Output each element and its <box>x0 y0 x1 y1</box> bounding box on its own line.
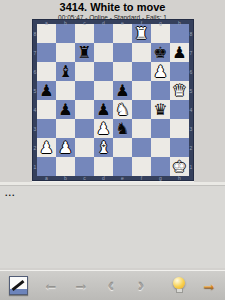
square-b2[interactable]: ♟ <box>56 138 75 157</box>
square-b8[interactable] <box>56 24 75 43</box>
square-b6[interactable]: ♝ <box>56 62 75 81</box>
square-c6[interactable] <box>75 62 94 81</box>
square-h6[interactable] <box>170 62 189 81</box>
piece-white-bishop: ♝ <box>94 138 113 157</box>
move-list-panel: ... <box>0 186 225 268</box>
puzzle-app-window: 3414. White to move 00:05:47 - Online - … <box>0 0 225 300</box>
square-g6[interactable]: ♟ <box>151 62 170 81</box>
chevron-left-icon: ‹ <box>108 275 114 295</box>
piece-black-queen: ♛ <box>151 100 170 119</box>
file-label-bottom: c <box>75 176 94 180</box>
square-f7[interactable] <box>132 43 151 62</box>
square-g2[interactable] <box>151 138 170 157</box>
next-puzzle-button[interactable]: → <box>197 273 221 297</box>
square-a1[interactable] <box>37 157 56 176</box>
lightbulb-icon <box>173 277 185 289</box>
piece-black-rook: ♜ <box>75 43 94 62</box>
back-arrow-icon: ← <box>43 275 59 295</box>
square-f5[interactable] <box>132 81 151 100</box>
square-f2[interactable] <box>132 138 151 157</box>
square-e3[interactable]: ♞ <box>113 119 132 138</box>
file-label-bottom: g <box>151 176 170 180</box>
square-e8[interactable] <box>113 24 132 43</box>
piece-black-pawn: ♟ <box>170 43 189 62</box>
square-c3[interactable] <box>75 119 94 138</box>
square-f4[interactable] <box>132 100 151 119</box>
square-h8[interactable] <box>170 24 189 43</box>
square-e2[interactable] <box>113 138 132 157</box>
rank-label-right: 4 <box>189 108 193 112</box>
square-g3[interactable] <box>151 119 170 138</box>
square-c7[interactable]: ♜ <box>75 43 94 62</box>
piece-white-rook: ♜ <box>132 24 151 43</box>
square-g1[interactable] <box>151 157 170 176</box>
rank-label-right: 3 <box>189 127 193 131</box>
forward-button[interactable]: → <box>69 273 93 297</box>
square-c5[interactable] <box>75 81 94 100</box>
square-c2[interactable] <box>75 138 94 157</box>
square-h7[interactable]: ♟ <box>170 43 189 62</box>
square-c8[interactable] <box>75 24 94 43</box>
rank-label-right: 5 <box>189 89 193 93</box>
back-button[interactable]: ← <box>39 273 63 297</box>
square-d8[interactable] <box>94 24 113 43</box>
square-d4[interactable]: ♟ <box>94 100 113 119</box>
chess-board: ♜♜♚♟♝♟♟♟♛♟♟♞♛♟♞♟♟♝♚ 88aa77bb66cc55dd44ee… <box>33 20 193 180</box>
pencil-page-icon <box>9 276 28 295</box>
orange-arrow-icon: → <box>201 275 217 295</box>
forward-arrow-icon: → <box>73 275 89 295</box>
file-label-bottom: f <box>132 176 151 180</box>
file-label-bottom: a <box>37 176 56 180</box>
square-a8[interactable] <box>37 24 56 43</box>
square-d6[interactable] <box>94 62 113 81</box>
square-b3[interactable] <box>56 119 75 138</box>
square-e7[interactable] <box>113 43 132 62</box>
square-c4[interactable] <box>75 100 94 119</box>
square-g5[interactable] <box>151 81 170 100</box>
square-b1[interactable] <box>56 157 75 176</box>
piece-white-pawn: ♟ <box>94 119 113 138</box>
piece-white-knight: ♞ <box>113 100 132 119</box>
move-list-placeholder: ... <box>5 188 16 198</box>
hint-button[interactable] <box>167 273 191 297</box>
piece-black-pawn: ♟ <box>56 100 75 119</box>
piece-black-pawn: ♟ <box>94 100 113 119</box>
piece-black-king: ♚ <box>151 43 170 62</box>
puzzle-title: 3414. White to move <box>0 1 225 13</box>
file-label-bottom: d <box>94 176 113 180</box>
rank-label-right: 7 <box>189 51 193 55</box>
square-b5[interactable] <box>56 81 75 100</box>
piece-black-knight: ♞ <box>113 119 132 138</box>
square-a5[interactable]: ♟ <box>37 81 56 100</box>
square-a7[interactable] <box>37 43 56 62</box>
square-e4[interactable]: ♞ <box>113 100 132 119</box>
square-a2[interactable]: ♟ <box>37 138 56 157</box>
square-d2[interactable]: ♝ <box>94 138 113 157</box>
square-c1[interactable] <box>75 157 94 176</box>
square-b7[interactable] <box>56 43 75 62</box>
square-g7[interactable]: ♚ <box>151 43 170 62</box>
square-d5[interactable] <box>94 81 113 100</box>
square-a3[interactable] <box>37 119 56 138</box>
rank-label-right: 8 <box>189 32 193 36</box>
square-g8[interactable] <box>151 24 170 43</box>
step-forward-button[interactable]: › <box>129 273 153 297</box>
piece-white-pawn: ♟ <box>37 138 56 157</box>
square-a4[interactable] <box>37 100 56 119</box>
piece-black-pawn: ♟ <box>37 81 56 100</box>
piece-white-pawn: ♟ <box>56 138 75 157</box>
board-grid: ♜♜♚♟♝♟♟♟♛♟♟♞♛♟♞♟♟♝♚ <box>37 24 189 176</box>
file-label-bottom: b <box>56 176 75 180</box>
piece-white-pawn: ♟ <box>151 62 170 81</box>
piece-white-queen: ♛ <box>170 81 189 100</box>
square-a6[interactable] <box>37 62 56 81</box>
square-e6[interactable] <box>113 62 132 81</box>
piece-white-king: ♚ <box>170 157 189 176</box>
square-e1[interactable] <box>113 157 132 176</box>
square-h3[interactable] <box>170 119 189 138</box>
piece-black-bishop: ♝ <box>56 62 75 81</box>
file-label-bottom: e <box>113 176 132 180</box>
rank-label-right: 1 <box>189 165 193 169</box>
board-editor-button[interactable] <box>6 273 30 297</box>
step-back-button[interactable]: ‹ <box>99 273 123 297</box>
square-f8[interactable]: ♜ <box>132 24 151 43</box>
rank-label-right: 6 <box>189 70 193 74</box>
chevron-right-icon: › <box>138 275 144 295</box>
square-f3[interactable] <box>132 119 151 138</box>
file-label-bottom: h <box>170 176 189 180</box>
square-f6[interactable] <box>132 62 151 81</box>
piece-black-pawn: ♟ <box>113 81 132 100</box>
square-d1[interactable] <box>94 157 113 176</box>
square-h5[interactable]: ♛ <box>170 81 189 100</box>
square-g4[interactable]: ♛ <box>151 100 170 119</box>
square-b4[interactable]: ♟ <box>56 100 75 119</box>
square-d3[interactable]: ♟ <box>94 119 113 138</box>
square-h4[interactable] <box>170 100 189 119</box>
rank-label-right: 2 <box>189 146 193 150</box>
square-e5[interactable]: ♟ <box>113 81 132 100</box>
square-h2[interactable] <box>170 138 189 157</box>
square-h1[interactable]: ♚ <box>170 157 189 176</box>
bottom-toolbar: ← → ‹ › → <box>0 270 225 300</box>
square-d7[interactable] <box>94 43 113 62</box>
square-f1[interactable] <box>132 157 151 176</box>
